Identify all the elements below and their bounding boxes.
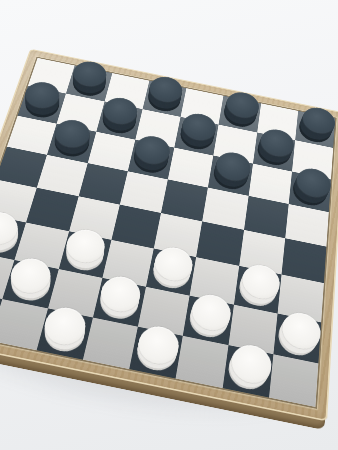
square[interactable] xyxy=(176,336,228,388)
checker-piece-white[interactable]: ⛀ xyxy=(187,299,229,340)
square[interactable] xyxy=(83,317,138,369)
black-man-glyph: ⛂ xyxy=(301,114,302,115)
black-man-glyph: ⛂ xyxy=(260,136,261,137)
board-tilt-plane: ⛂⛂⛂⛂⛂⛂⛂⛂⛂⛂⛂⛂⛀⛀⛀⛀⛀⛀⛀⛀⛀⛀⛀⛀ xyxy=(0,49,338,422)
photo-background: ⛂⛂⛂⛂⛂⛂⛂⛂⛂⛂⛂⛂⛀⛀⛀⛀⛀⛀⛀⛀⛀⛀⛀⛀ xyxy=(0,0,338,450)
checkers-board: ⛂⛂⛂⛂⛂⛂⛂⛂⛂⛂⛂⛂⛀⛀⛀⛀⛀⛀⛀⛀⛀⛀⛀⛀ xyxy=(0,1,338,426)
square[interactable] xyxy=(269,354,319,407)
checker-piece-white[interactable]: ⛀ xyxy=(97,281,141,322)
